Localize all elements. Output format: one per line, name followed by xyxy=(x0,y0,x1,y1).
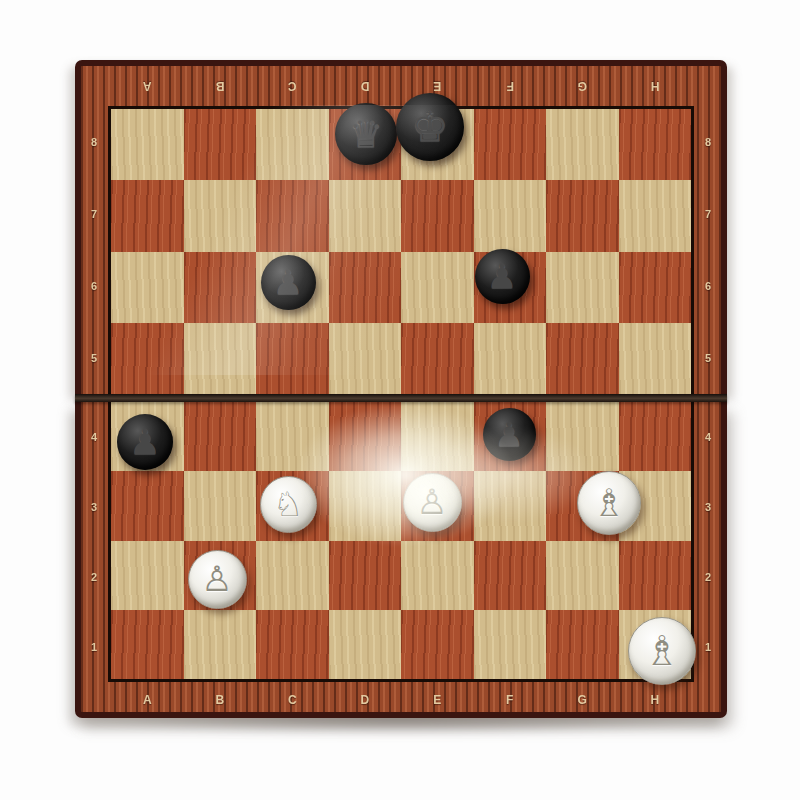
black-pawn-glyph: ♟ xyxy=(494,418,524,451)
white-bishop-glyph: ♗ xyxy=(592,484,626,522)
white-bishop-g3[interactable]: ♗ xyxy=(577,471,641,535)
white-pawn-b2[interactable]: ♙ xyxy=(188,550,247,609)
black-pawn-f4[interactable]: ♟ xyxy=(483,408,536,461)
black-pawn-f6[interactable]: ♟ xyxy=(475,249,530,304)
white-knight-c3[interactable]: ♘ xyxy=(260,476,317,533)
pieces-layer: ♛♚♟♟♟♟♘♙♗♙♗ xyxy=(75,60,727,718)
black-pawn-glyph: ♟ xyxy=(487,259,517,293)
white-bishop-h1[interactable]: ♗ xyxy=(628,617,696,685)
chess-board: ABCDEFGH 8765 8765 ABCDEFGH 4321 4321 ♛♚… xyxy=(75,60,727,718)
product-photo: ABCDEFGH 8765 8765 ABCDEFGH 4321 4321 ♛♚… xyxy=(0,0,800,800)
white-pawn-e3[interactable]: ♙ xyxy=(403,473,462,532)
black-queen-d8[interactable]: ♛ xyxy=(335,103,397,165)
white-bishop-glyph: ♗ xyxy=(644,631,681,672)
white-knight-glyph: ♘ xyxy=(273,487,303,521)
black-pawn-glyph: ♟ xyxy=(273,265,303,299)
black-pawn-glyph: ♟ xyxy=(129,425,160,460)
black-pawn-c6[interactable]: ♟ xyxy=(261,255,316,310)
black-pawn-a4[interactable]: ♟ xyxy=(117,414,173,470)
black-king-glyph: ♚ xyxy=(411,106,449,148)
white-pawn-glyph: ♙ xyxy=(416,485,447,520)
white-pawn-glyph: ♙ xyxy=(201,562,232,597)
black-king-e8[interactable]: ♚ xyxy=(396,93,464,161)
black-queen-glyph: ♛ xyxy=(349,115,383,153)
